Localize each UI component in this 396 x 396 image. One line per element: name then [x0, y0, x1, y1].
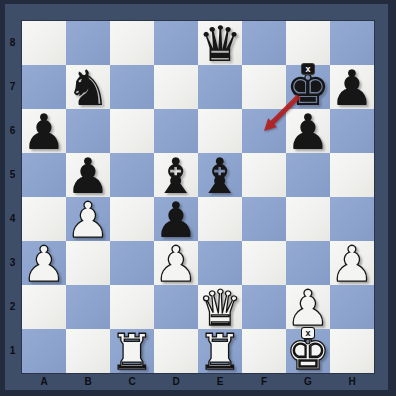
- square-d6[interactable]: [154, 109, 198, 153]
- square-a4[interactable]: [22, 197, 66, 241]
- rank-label-6: 6: [5, 109, 20, 153]
- rank-label-1: 1: [5, 329, 20, 373]
- white-pawn[interactable]: ♟: [22, 241, 66, 285]
- square-h8[interactable]: [330, 21, 374, 65]
- square-h6[interactable]: [330, 109, 374, 153]
- square-d3[interactable]: ♟: [154, 241, 198, 285]
- square-g4[interactable]: [286, 197, 330, 241]
- black-pawn[interactable]: ♟: [154, 197, 198, 241]
- square-c2[interactable]: [110, 285, 154, 329]
- square-b4[interactable]: ♟: [66, 197, 110, 241]
- square-c3[interactable]: [110, 241, 154, 285]
- square-e1[interactable]: ♜: [198, 329, 242, 373]
- black-bishop[interactable]: ♝: [154, 153, 198, 197]
- square-h1[interactable]: [330, 329, 374, 373]
- rank-label-2: 2: [5, 285, 20, 329]
- white-rook[interactable]: ♜: [110, 329, 154, 373]
- square-h4[interactable]: [330, 197, 374, 241]
- square-d7[interactable]: [154, 65, 198, 109]
- white-queen[interactable]: ♛: [198, 285, 242, 329]
- square-c4[interactable]: [110, 197, 154, 241]
- square-a1[interactable]: [22, 329, 66, 373]
- square-e8[interactable]: ♛: [198, 21, 242, 65]
- black-bishop[interactable]: ♝: [198, 153, 242, 197]
- square-f6[interactable]: [242, 109, 286, 153]
- square-b8[interactable]: [66, 21, 110, 65]
- square-g1[interactable]: ♚x: [286, 329, 330, 373]
- square-g3[interactable]: [286, 241, 330, 285]
- black-pawn[interactable]: ♟: [22, 109, 66, 153]
- square-b3[interactable]: [66, 241, 110, 285]
- file-label-b: B: [66, 374, 110, 390]
- square-e7[interactable]: [198, 65, 242, 109]
- square-h5[interactable]: [330, 153, 374, 197]
- square-a8[interactable]: [22, 21, 66, 65]
- square-d4[interactable]: ♟: [154, 197, 198, 241]
- black-pawn[interactable]: ♟: [66, 153, 110, 197]
- square-d8[interactable]: [154, 21, 198, 65]
- black-knight[interactable]: ♞: [66, 65, 110, 109]
- black-queen[interactable]: ♛: [198, 21, 242, 65]
- file-label-d: D: [154, 374, 198, 390]
- square-c5[interactable]: [110, 153, 154, 197]
- square-f1[interactable]: [242, 329, 286, 373]
- square-d1[interactable]: [154, 329, 198, 373]
- file-label-e: E: [198, 374, 242, 390]
- square-b1[interactable]: [66, 329, 110, 373]
- square-g2[interactable]: ♟: [286, 285, 330, 329]
- square-a5[interactable]: [22, 153, 66, 197]
- square-h3[interactable]: ♟: [330, 241, 374, 285]
- black-king-marker-icon: x: [302, 64, 314, 74]
- square-e4[interactable]: [198, 197, 242, 241]
- square-f7[interactable]: [242, 65, 286, 109]
- square-g8[interactable]: [286, 21, 330, 65]
- square-e6[interactable]: [198, 109, 242, 153]
- square-c1[interactable]: ♜: [110, 329, 154, 373]
- square-f5[interactable]: [242, 153, 286, 197]
- rank-label-5: 5: [5, 153, 20, 197]
- chess-board: ♛♞♚x♟♟♟♟♝♝♟♟♟♟♟♛♟♜♜♚x: [22, 21, 374, 373]
- square-g5[interactable]: [286, 153, 330, 197]
- square-f4[interactable]: [242, 197, 286, 241]
- square-h2[interactable]: [330, 285, 374, 329]
- square-e5[interactable]: ♝: [198, 153, 242, 197]
- white-king-marker-icon: x: [302, 328, 314, 338]
- file-label-h: H: [330, 374, 374, 390]
- file-label-c: C: [110, 374, 154, 390]
- square-a6[interactable]: ♟: [22, 109, 66, 153]
- file-label-g: G: [286, 374, 330, 390]
- square-d5[interactable]: ♝: [154, 153, 198, 197]
- square-c7[interactable]: [110, 65, 154, 109]
- square-c6[interactable]: [110, 109, 154, 153]
- square-a2[interactable]: [22, 285, 66, 329]
- square-b6[interactable]: [66, 109, 110, 153]
- square-a7[interactable]: [22, 65, 66, 109]
- square-b2[interactable]: [66, 285, 110, 329]
- black-pawn[interactable]: ♟: [330, 65, 374, 109]
- file-label-a: A: [22, 374, 66, 390]
- square-h7[interactable]: ♟: [330, 65, 374, 109]
- rank-label-4: 4: [5, 197, 20, 241]
- square-c8[interactable]: [110, 21, 154, 65]
- chess-diagram: ♛♞♚x♟♟♟♟♝♝♟♟♟♟♟♛♟♜♜♚x 87654321 ABCDEFGH: [0, 0, 396, 396]
- square-f8[interactable]: [242, 21, 286, 65]
- square-g6[interactable]: ♟: [286, 109, 330, 153]
- white-pawn[interactable]: ♟: [330, 241, 374, 285]
- square-b7[interactable]: ♞: [66, 65, 110, 109]
- rank-label-3: 3: [5, 241, 20, 285]
- white-rook[interactable]: ♜: [198, 329, 242, 373]
- square-b5[interactable]: ♟: [66, 153, 110, 197]
- rank-label-7: 7: [5, 65, 20, 109]
- square-e2[interactable]: ♛: [198, 285, 242, 329]
- white-pawn[interactable]: ♟: [286, 285, 330, 329]
- file-label-f: F: [242, 374, 286, 390]
- white-pawn[interactable]: ♟: [154, 241, 198, 285]
- square-f3[interactable]: [242, 241, 286, 285]
- rank-label-8: 8: [5, 21, 20, 65]
- square-e3[interactable]: [198, 241, 242, 285]
- black-pawn[interactable]: ♟: [286, 109, 330, 153]
- square-f2[interactable]: [242, 285, 286, 329]
- square-d2[interactable]: [154, 285, 198, 329]
- white-pawn[interactable]: ♟: [66, 197, 110, 241]
- square-g7[interactable]: ♚x: [286, 65, 330, 109]
- square-a3[interactable]: ♟: [22, 241, 66, 285]
